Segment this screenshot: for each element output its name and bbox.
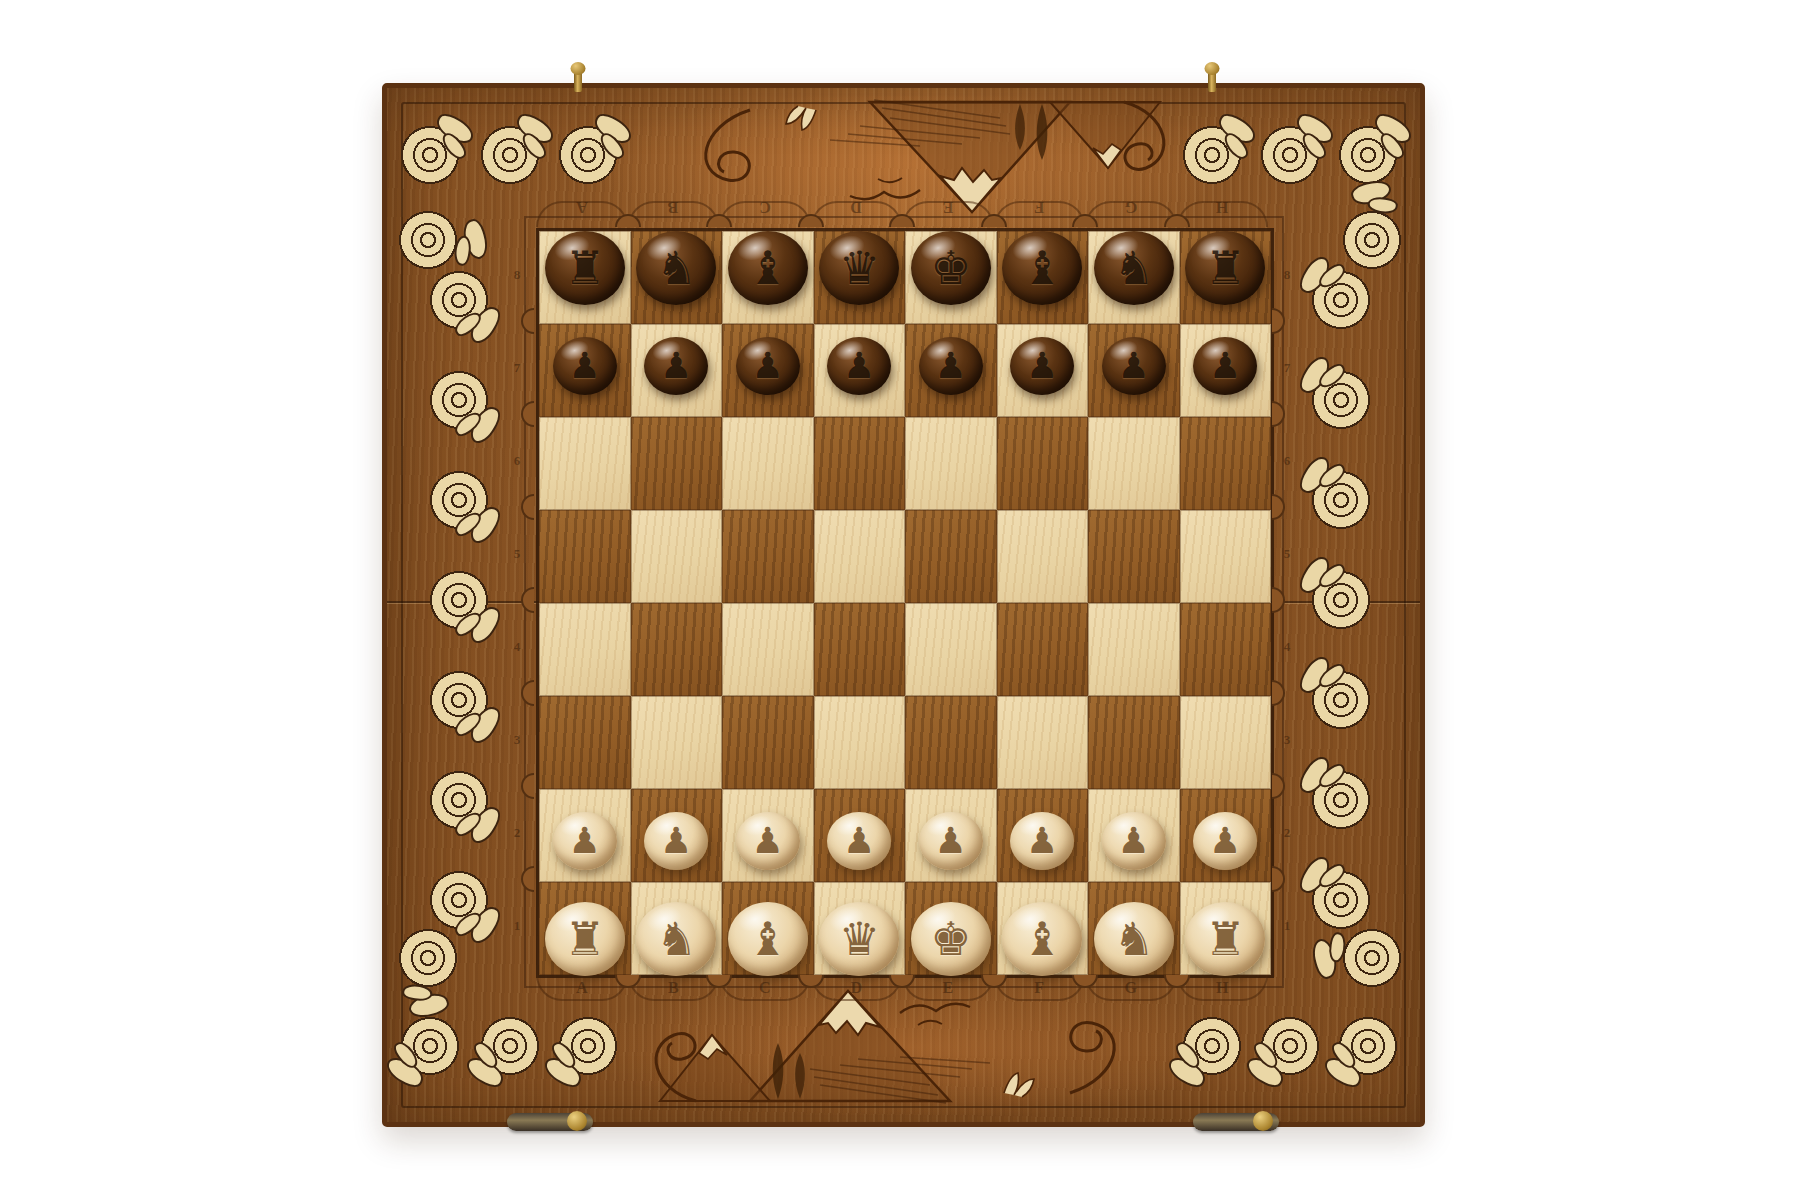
piece-white-pawn[interactable]: ♟ (1193, 812, 1257, 870)
rank-label-left-4: 4 (514, 639, 521, 655)
chess-board: ♜♞♝♛♚♝♞♜♟♟♟♟♟♟♟♟♟♟♟♟♟♟♟♟♜♞♝♛♚♝♞♜ (536, 228, 1274, 978)
piece-glyph: ♟ (1026, 348, 1058, 384)
square-f6[interactable] (997, 417, 1089, 510)
file-label-top-d: D (850, 198, 862, 216)
piece-black-knight[interactable]: ♞ (1094, 231, 1174, 305)
rank-label-left-8: 8 (514, 267, 521, 283)
square-c2[interactable]: ♟ (722, 789, 814, 882)
square-h4[interactable] (1180, 603, 1272, 696)
scroll-curl-motif (1335, 1013, 1401, 1079)
piece-white-king[interactable]: ♚ (911, 902, 991, 976)
square-c4[interactable] (722, 603, 814, 696)
piece-white-knight[interactable]: ♞ (636, 902, 716, 976)
square-e6[interactable] (905, 417, 997, 510)
square-e3[interactable] (905, 696, 997, 789)
square-f3[interactable] (997, 696, 1089, 789)
square-a4[interactable] (539, 603, 631, 696)
file-label-bottom-a: A (576, 979, 588, 997)
square-f5[interactable] (997, 510, 1089, 603)
square-d4[interactable] (814, 603, 906, 696)
rank-label-right-6: 6 (1284, 453, 1291, 469)
piece-black-pawn[interactable]: ♟ (919, 337, 983, 395)
square-h6[interactable] (1180, 417, 1272, 510)
piece-glyph: ♟ (1209, 823, 1241, 859)
piece-glyph: ♟ (752, 823, 784, 859)
rank-label-left-7: 7 (514, 360, 521, 376)
scroll-curl-motif (426, 467, 492, 533)
piece-white-pawn[interactable]: ♟ (553, 812, 617, 870)
rank-label-right-2: 2 (1284, 825, 1291, 841)
square-a5[interactable] (539, 510, 631, 603)
scroll-curl-motif (1308, 367, 1374, 433)
piece-glyph: ♜ (564, 916, 605, 962)
square-d8[interactable]: ♛ (814, 231, 906, 324)
square-g7[interactable]: ♟ (1088, 324, 1180, 417)
piece-glyph: ♟ (1118, 348, 1150, 384)
square-d6[interactable] (814, 417, 906, 510)
scroll-curl-motif (477, 1013, 543, 1079)
scroll-curl-motif (555, 1013, 621, 1079)
square-e1[interactable]: ♚ (905, 882, 997, 975)
square-f7[interactable]: ♟ (997, 324, 1089, 417)
square-g1[interactable]: ♞ (1088, 882, 1180, 975)
rank-label-right-8: 8 (1284, 267, 1291, 283)
rank-label-right-5: 5 (1284, 546, 1291, 562)
square-c3[interactable] (722, 696, 814, 789)
square-g8[interactable]: ♞ (1088, 231, 1180, 324)
piece-glyph: ♟ (1209, 348, 1241, 384)
square-e4[interactable] (905, 603, 997, 696)
square-b2[interactable]: ♟ (631, 789, 723, 882)
piece-white-rook[interactable]: ♜ (545, 902, 625, 976)
piece-glyph: ♝ (747, 245, 788, 291)
piece-glyph: ♟ (1026, 823, 1058, 859)
rank-label-left-5: 5 (514, 546, 521, 562)
piece-white-queen[interactable]: ♛ (819, 902, 899, 976)
piece-white-pawn[interactable]: ♟ (644, 812, 708, 870)
square-a2[interactable]: ♟ (539, 789, 631, 882)
piece-black-king[interactable]: ♚ (911, 231, 991, 305)
scroll-curl-motif (426, 767, 492, 833)
square-f1[interactable]: ♝ (997, 882, 1089, 975)
file-label-bottom-d: D (850, 979, 862, 997)
square-d3[interactable] (814, 696, 906, 789)
square-b7[interactable]: ♟ (631, 324, 723, 417)
square-a1[interactable]: ♜ (539, 882, 631, 975)
piece-white-bishop[interactable]: ♝ (1002, 902, 1082, 976)
rank-label-left-2: 2 (514, 825, 521, 841)
scroll-curl-motif (426, 567, 492, 633)
piece-black-pawn[interactable]: ♟ (644, 337, 708, 395)
rank-label-left-1: 1 (514, 918, 521, 934)
piece-glyph: ♟ (660, 348, 692, 384)
piece-white-pawn[interactable]: ♟ (1102, 812, 1166, 870)
square-e8[interactable]: ♚ (905, 231, 997, 324)
square-b6[interactable] (631, 417, 723, 510)
square-d2[interactable]: ♟ (814, 789, 906, 882)
piece-black-bishop[interactable]: ♝ (1002, 231, 1082, 305)
square-a8[interactable]: ♜ (539, 231, 631, 324)
latch-clasp-left[interactable] (507, 1113, 593, 1131)
piece-black-pawn[interactable]: ♟ (1102, 337, 1166, 395)
piece-glyph: ♟ (935, 823, 967, 859)
piece-glyph: ♞ (656, 916, 697, 962)
square-a6[interactable] (539, 417, 631, 510)
piece-black-bishop[interactable]: ♝ (728, 231, 808, 305)
rank-label-right-3: 3 (1284, 732, 1291, 748)
rank-label-right-7: 7 (1284, 360, 1291, 376)
latch-clasp-right[interactable] (1193, 1113, 1279, 1131)
piece-glyph: ♛ (839, 245, 880, 291)
piece-white-pawn[interactable]: ♟ (736, 812, 800, 870)
piece-black-pawn[interactable]: ♟ (553, 337, 617, 395)
square-g2[interactable]: ♟ (1088, 789, 1180, 882)
square-g5[interactable] (1088, 510, 1180, 603)
piece-glyph: ♟ (752, 348, 784, 384)
square-f4[interactable] (997, 603, 1089, 696)
square-c1[interactable]: ♝ (722, 882, 814, 975)
file-label-bottom-h: H (1216, 979, 1228, 997)
square-h3[interactable] (1180, 696, 1272, 789)
square-b1[interactable]: ♞ (631, 882, 723, 975)
square-g6[interactable] (1088, 417, 1180, 510)
photo-stage: ♜♞♝♛♚♝♞♜♟♟♟♟♟♟♟♟♟♟♟♟♟♟♟♟♜♞♝♛♚♝♞♜ AABBCCD… (0, 0, 1800, 1200)
square-a3[interactable] (539, 696, 631, 789)
file-label-bottom-c: C (759, 979, 771, 997)
piece-black-pawn[interactable]: ♟ (827, 337, 891, 395)
rank-label-right-1: 1 (1284, 918, 1291, 934)
piece-white-pawn[interactable]: ♟ (919, 812, 983, 870)
piece-glyph: ♟ (569, 823, 601, 859)
piece-black-queen[interactable]: ♛ (819, 231, 899, 305)
file-label-top-f: F (1034, 198, 1044, 216)
piece-black-pawn[interactable]: ♟ (1193, 337, 1257, 395)
square-c5[interactable] (722, 510, 814, 603)
square-d5[interactable] (814, 510, 906, 603)
square-e5[interactable] (905, 510, 997, 603)
scroll-curl-motif (555, 122, 621, 188)
hinge-pin-left (574, 72, 582, 92)
piece-black-knight[interactable]: ♞ (636, 231, 716, 305)
file-label-top-g: G (1125, 198, 1137, 216)
file-label-bottom-b: B (668, 979, 679, 997)
square-c7[interactable]: ♟ (722, 324, 814, 417)
square-f8[interactable]: ♝ (997, 231, 1089, 324)
piece-glyph: ♞ (656, 245, 697, 291)
scroll-curl-motif (1308, 567, 1374, 633)
square-h1[interactable]: ♜ (1180, 882, 1272, 975)
square-c8[interactable]: ♝ (722, 231, 814, 324)
scroll-curl-motif (397, 1013, 463, 1079)
piece-glyph: ♟ (843, 823, 875, 859)
piece-black-rook[interactable]: ♜ (545, 231, 625, 305)
square-h8[interactable]: ♜ (1180, 231, 1272, 324)
rank-label-left-6: 6 (514, 453, 521, 469)
piece-white-knight[interactable]: ♞ (1094, 902, 1174, 976)
scroll-curl-motif (1257, 122, 1323, 188)
scroll-curl-motif (397, 122, 463, 188)
file-label-top-b: B (668, 198, 679, 216)
square-c6[interactable] (722, 417, 814, 510)
piece-white-pawn[interactable]: ♟ (827, 812, 891, 870)
square-a7[interactable]: ♟ (539, 324, 631, 417)
scroll-curl-motif (1179, 122, 1245, 188)
scroll-curl-motif (1308, 467, 1374, 533)
square-d1[interactable]: ♛ (814, 882, 906, 975)
scroll-curl-motif (1335, 122, 1401, 188)
piece-glyph: ♝ (1022, 245, 1063, 291)
file-label-top-e: E (942, 198, 953, 216)
square-h2[interactable]: ♟ (1180, 789, 1272, 882)
file-label-top-h: H (1216, 198, 1228, 216)
scroll-curl-motif (1179, 1013, 1245, 1079)
square-e2[interactable]: ♟ (905, 789, 997, 882)
piece-glyph: ♝ (1022, 916, 1063, 962)
piece-glyph: ♞ (1113, 916, 1154, 962)
scroll-curl-motif (1308, 667, 1374, 733)
square-d7[interactable]: ♟ (814, 324, 906, 417)
square-b3[interactable] (631, 696, 723, 789)
piece-glyph: ♝ (747, 916, 788, 962)
file-label-bottom-g: G (1125, 979, 1137, 997)
hinge-pin-right (1208, 72, 1216, 92)
piece-black-pawn[interactable]: ♟ (1010, 337, 1074, 395)
square-b5[interactable] (631, 510, 723, 603)
square-f2[interactable]: ♟ (997, 789, 1089, 882)
piece-glyph: ♟ (660, 823, 692, 859)
piece-white-rook[interactable]: ♜ (1185, 902, 1265, 976)
square-b4[interactable] (631, 603, 723, 696)
piece-glyph: ♜ (1205, 245, 1246, 291)
piece-white-bishop[interactable]: ♝ (728, 902, 808, 976)
piece-glyph: ♞ (1113, 245, 1154, 291)
file-label-top-c: C (759, 198, 771, 216)
scroll-curl-motif (1257, 1013, 1323, 1079)
scroll-curl-motif (477, 122, 543, 188)
scroll-curl-motif (426, 367, 492, 433)
square-h7[interactable]: ♟ (1180, 324, 1272, 417)
piece-glyph: ♚ (930, 245, 971, 291)
piece-white-pawn[interactable]: ♟ (1010, 812, 1074, 870)
piece-glyph: ♚ (930, 916, 971, 962)
piece-glyph: ♜ (564, 245, 605, 291)
rank-label-right-4: 4 (1284, 639, 1291, 655)
piece-black-rook[interactable]: ♜ (1185, 231, 1265, 305)
piece-black-pawn[interactable]: ♟ (736, 337, 800, 395)
square-g4[interactable] (1088, 603, 1180, 696)
piece-glyph: ♟ (843, 348, 875, 384)
file-label-top-a: A (576, 198, 588, 216)
square-e7[interactable]: ♟ (905, 324, 997, 417)
square-b8[interactable]: ♞ (631, 231, 723, 324)
file-label-bottom-e: E (942, 979, 953, 997)
piece-glyph: ♛ (839, 916, 880, 962)
scroll-curl-motif (1308, 767, 1374, 833)
piece-glyph: ♟ (1118, 823, 1150, 859)
piece-glyph: ♜ (1205, 916, 1246, 962)
square-g3[interactable] (1088, 696, 1180, 789)
square-h5[interactable] (1180, 510, 1272, 603)
rank-label-left-3: 3 (514, 732, 521, 748)
piece-glyph: ♟ (935, 348, 967, 384)
piece-glyph: ♟ (569, 348, 601, 384)
file-label-bottom-f: F (1034, 979, 1044, 997)
scroll-curl-motif (426, 667, 492, 733)
